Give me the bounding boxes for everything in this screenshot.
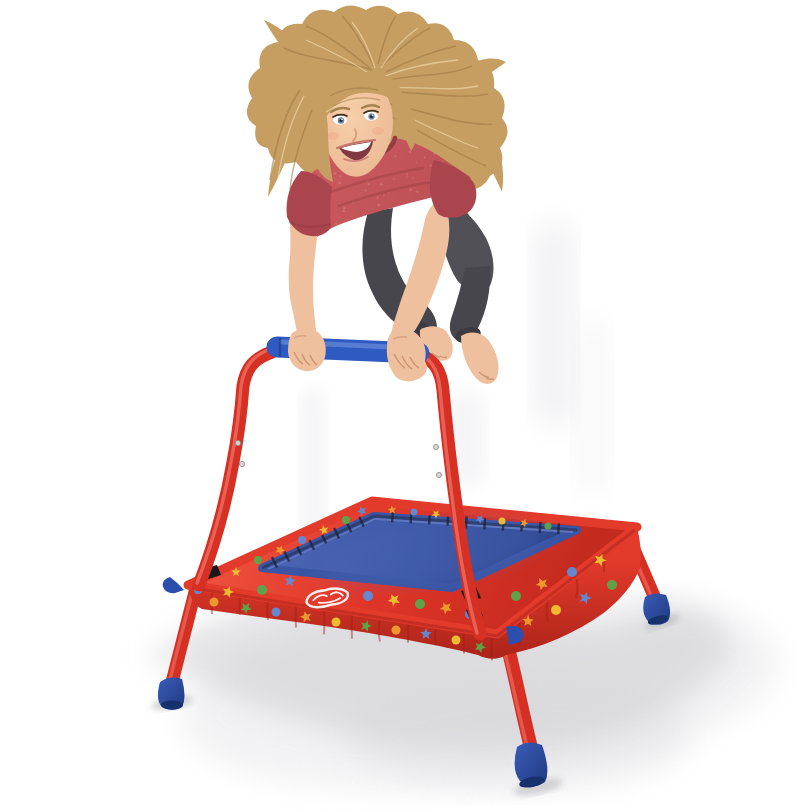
scene-canvas (0, 0, 810, 810)
handlebar-rivets (235, 440, 441, 477)
product-photo (0, 0, 810, 810)
girl-foot-right (461, 333, 499, 384)
corner-bracket-left (163, 577, 184, 593)
girl (247, 5, 508, 383)
girl-right-arm (287, 171, 332, 341)
girl-hand-left (288, 329, 326, 372)
